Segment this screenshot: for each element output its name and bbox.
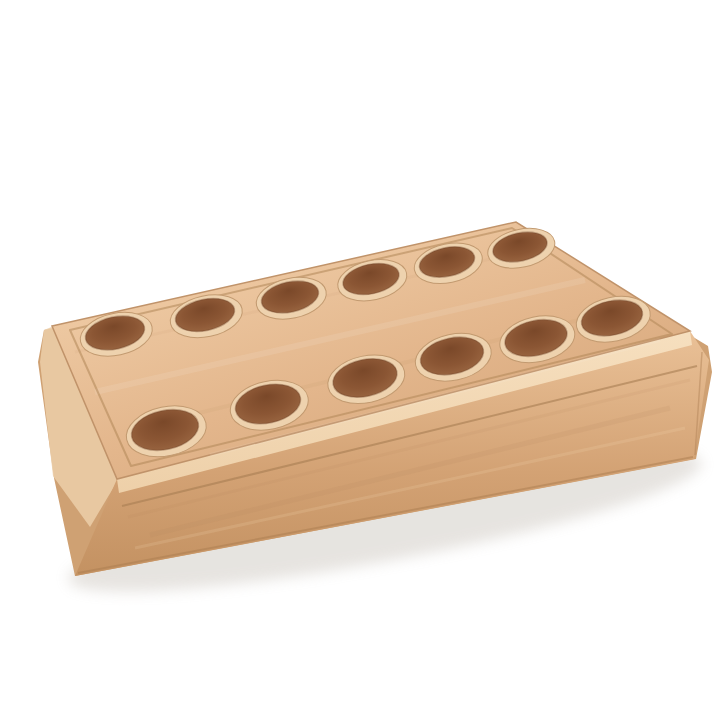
product-photo-scene (0, 0, 728, 728)
mancala-board (0, 0, 728, 728)
